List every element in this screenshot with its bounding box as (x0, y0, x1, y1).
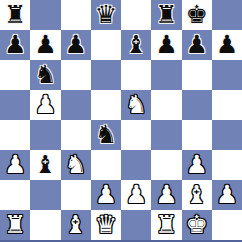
square-a6[interactable] (0, 60, 30, 90)
black-bishop-icon: ♝ (34, 152, 56, 177)
square-b7[interactable]: ♟ (30, 30, 60, 60)
square-d8[interactable]: ♛ (91, 0, 121, 30)
square-d7[interactable] (91, 30, 121, 60)
square-e5[interactable]: ♞ (121, 90, 151, 120)
square-a4[interactable] (0, 120, 30, 150)
square-d4[interactable]: ♞ (91, 120, 121, 150)
square-g1[interactable]: ♚ (182, 210, 212, 240)
square-c2[interactable] (61, 180, 91, 210)
white-pawn-icon: ♟ (34, 92, 56, 117)
black-pawn-icon: ♟ (34, 32, 56, 57)
square-c3[interactable]: ♞ (61, 150, 91, 180)
white-knight-icon: ♞ (125, 92, 147, 117)
square-e7[interactable]: ♝ (121, 30, 151, 60)
white-pawn-icon: ♟ (95, 182, 117, 207)
white-pawn-icon: ♟ (185, 152, 207, 177)
square-g8[interactable]: ♚ (182, 0, 212, 30)
square-f2[interactable]: ♟ (151, 180, 181, 210)
square-f8[interactable]: ♜ (151, 0, 181, 30)
square-f7[interactable]: ♟ (151, 30, 181, 60)
square-a1[interactable]: ♜ (0, 210, 30, 240)
square-e8[interactable] (121, 0, 151, 30)
black-rook-icon: ♜ (155, 2, 177, 27)
square-a7[interactable]: ♟ (0, 30, 30, 60)
square-a8[interactable]: ♜ (0, 0, 30, 30)
square-h2[interactable]: ♟ (212, 180, 242, 210)
square-d3[interactable] (91, 150, 121, 180)
black-pawn-icon: ♟ (216, 32, 238, 57)
white-rook-icon: ♜ (4, 212, 26, 237)
black-pawn-icon: ♟ (64, 32, 86, 57)
square-g2[interactable]: ♝ (182, 180, 212, 210)
black-pawn-icon: ♟ (155, 32, 177, 57)
square-d5[interactable] (91, 90, 121, 120)
square-e6[interactable] (121, 60, 151, 90)
square-e2[interactable]: ♟ (121, 180, 151, 210)
square-b3[interactable]: ♝ (30, 150, 60, 180)
white-pawn-icon: ♟ (216, 182, 238, 207)
black-pawn-icon: ♟ (4, 32, 26, 57)
square-c6[interactable] (61, 60, 91, 90)
black-knight-icon: ♞ (34, 62, 56, 87)
square-g3[interactable]: ♟ (182, 150, 212, 180)
black-pawn-icon: ♟ (185, 32, 207, 57)
square-b6[interactable]: ♞ (30, 60, 60, 90)
square-c1[interactable]: ♝ (61, 210, 91, 240)
square-g7[interactable]: ♟ (182, 30, 212, 60)
black-rook-icon: ♜ (4, 2, 26, 27)
white-rook-icon: ♜ (155, 212, 177, 237)
square-h8[interactable] (212, 0, 242, 30)
square-c8[interactable] (61, 0, 91, 30)
square-b1[interactable] (30, 210, 60, 240)
chess-board-container: ♜♛♜♚♟♟♟♝♟♟♟♞♟♞♞♟♝♞♟♟♟♟♝♟♜♝♛♜♚ (0, 0, 242, 242)
square-h5[interactable] (212, 90, 242, 120)
square-g6[interactable] (182, 60, 212, 90)
white-king-icon: ♚ (185, 212, 207, 237)
square-d1[interactable]: ♛ (91, 210, 121, 240)
white-pawn-icon: ♟ (155, 182, 177, 207)
black-queen-icon: ♛ (95, 2, 117, 27)
square-f4[interactable] (151, 120, 181, 150)
square-g4[interactable] (182, 120, 212, 150)
black-knight-icon: ♞ (95, 122, 117, 147)
square-f6[interactable] (151, 60, 181, 90)
white-pawn-icon: ♟ (125, 182, 147, 207)
square-g5[interactable] (182, 90, 212, 120)
chess-board: ♜♛♜♚♟♟♟♝♟♟♟♞♟♞♞♟♝♞♟♟♟♟♝♟♜♝♛♜♚ (0, 0, 242, 242)
square-a3[interactable]: ♟ (0, 150, 30, 180)
square-d6[interactable] (91, 60, 121, 90)
white-queen-icon: ♛ (95, 212, 117, 237)
square-f3[interactable] (151, 150, 181, 180)
square-b8[interactable] (30, 0, 60, 30)
white-pawn-icon: ♟ (4, 152, 26, 177)
square-a5[interactable] (0, 90, 30, 120)
square-b5[interactable]: ♟ (30, 90, 60, 120)
square-f5[interactable] (151, 90, 181, 120)
white-bishop-icon: ♝ (185, 182, 207, 207)
square-h6[interactable] (212, 60, 242, 90)
square-b4[interactable] (30, 120, 60, 150)
square-h3[interactable] (212, 150, 242, 180)
square-f1[interactable]: ♜ (151, 210, 181, 240)
white-bishop-icon: ♝ (64, 212, 86, 237)
square-e4[interactable] (121, 120, 151, 150)
square-b2[interactable] (30, 180, 60, 210)
square-h4[interactable] (212, 120, 242, 150)
square-e3[interactable] (121, 150, 151, 180)
square-c7[interactable]: ♟ (61, 30, 91, 60)
square-d2[interactable]: ♟ (91, 180, 121, 210)
square-e1[interactable] (121, 210, 151, 240)
square-c5[interactable] (61, 90, 91, 120)
black-king-icon: ♚ (185, 2, 207, 27)
black-bishop-icon: ♝ (125, 32, 147, 57)
square-a2[interactable] (0, 180, 30, 210)
square-h7[interactable]: ♟ (212, 30, 242, 60)
square-c4[interactable] (61, 120, 91, 150)
white-knight-icon: ♞ (64, 152, 86, 177)
square-h1[interactable] (212, 210, 242, 240)
